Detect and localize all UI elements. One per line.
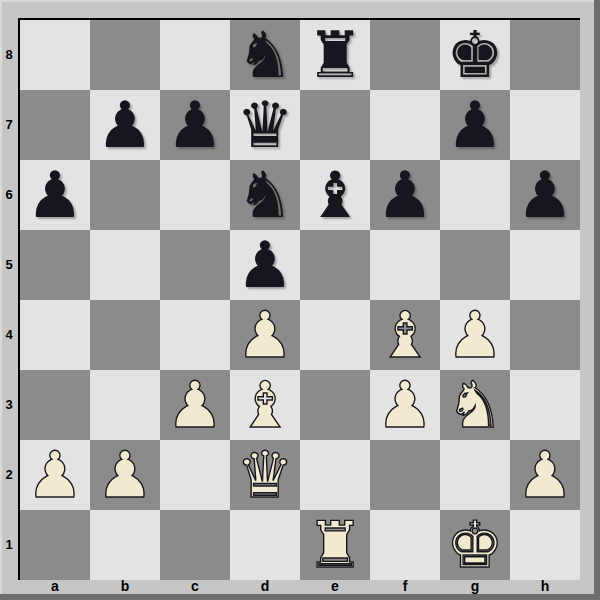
- square-g3[interactable]: ♞: [440, 370, 510, 440]
- frame-bevel-right: [594, 0, 600, 600]
- square-d4[interactable]: ♟: [230, 300, 300, 370]
- square-d1[interactable]: [230, 510, 300, 580]
- square-g2[interactable]: [440, 440, 510, 510]
- white-bishop-f4[interactable]: ♝: [370, 300, 440, 370]
- square-h7[interactable]: [510, 90, 580, 160]
- frame-bevel-bottom: [0, 594, 600, 600]
- square-a6[interactable]: ♟: [20, 160, 90, 230]
- square-e3[interactable]: [300, 370, 370, 440]
- black-pawn-a6[interactable]: ♟: [20, 160, 90, 230]
- square-f2[interactable]: [370, 440, 440, 510]
- rank-label-4: 4: [0, 300, 18, 370]
- square-d8[interactable]: ♞: [230, 20, 300, 90]
- white-queen-d2[interactable]: ♛: [230, 440, 300, 510]
- square-f7[interactable]: [370, 90, 440, 160]
- square-e7[interactable]: [300, 90, 370, 160]
- square-h5[interactable]: [510, 230, 580, 300]
- square-b7[interactable]: ♟: [90, 90, 160, 160]
- square-b6[interactable]: [90, 160, 160, 230]
- square-a2[interactable]: ♟: [20, 440, 90, 510]
- square-d5[interactable]: ♟: [230, 230, 300, 300]
- black-pawn-f6[interactable]: ♟: [370, 160, 440, 230]
- square-g7[interactable]: ♟: [440, 90, 510, 160]
- white-pawn-h2[interactable]: ♟: [510, 440, 580, 510]
- square-e8[interactable]: ♜: [300, 20, 370, 90]
- black-knight-d6[interactable]: ♞: [230, 160, 300, 230]
- white-pawn-f3[interactable]: ♟: [370, 370, 440, 440]
- square-a7[interactable]: [20, 90, 90, 160]
- black-bishop-e6[interactable]: ♝: [300, 160, 370, 230]
- black-pawn-c7[interactable]: ♟: [160, 90, 230, 160]
- square-c5[interactable]: [160, 230, 230, 300]
- white-pawn-g4[interactable]: ♟: [440, 300, 510, 370]
- square-a3[interactable]: [20, 370, 90, 440]
- square-b5[interactable]: [90, 230, 160, 300]
- square-e4[interactable]: [300, 300, 370, 370]
- square-h2[interactable]: ♟: [510, 440, 580, 510]
- white-pawn-d4[interactable]: ♟: [230, 300, 300, 370]
- square-b3[interactable]: [90, 370, 160, 440]
- black-king-g8[interactable]: ♚: [440, 20, 510, 90]
- square-b1[interactable]: [90, 510, 160, 580]
- file-label-g: g: [440, 579, 510, 594]
- square-h6[interactable]: ♟: [510, 160, 580, 230]
- square-a8[interactable]: [20, 20, 90, 90]
- black-pawn-d5[interactable]: ♟: [230, 230, 300, 300]
- file-labels: abcdefgh: [20, 579, 580, 594]
- square-c8[interactable]: [160, 20, 230, 90]
- square-f8[interactable]: [370, 20, 440, 90]
- square-c3[interactable]: ♟: [160, 370, 230, 440]
- square-c1[interactable]: [160, 510, 230, 580]
- rank-label-8: 8: [0, 20, 18, 90]
- rank-label-3: 3: [0, 370, 18, 440]
- rank-label-2: 2: [0, 440, 18, 510]
- square-c4[interactable]: [160, 300, 230, 370]
- board: ♞♜♚♟♟♛♟♟♞♝♟♟♟♟♝♟♟♝♟♞♟♟♛♟♜♚: [18, 18, 580, 580]
- rank-label-1: 1: [0, 510, 18, 580]
- square-f1[interactable]: [370, 510, 440, 580]
- square-e6[interactable]: ♝: [300, 160, 370, 230]
- square-d7[interactable]: ♛: [230, 90, 300, 160]
- square-f5[interactable]: [370, 230, 440, 300]
- square-g6[interactable]: [440, 160, 510, 230]
- square-h8[interactable]: [510, 20, 580, 90]
- white-pawn-a2[interactable]: ♟: [20, 440, 90, 510]
- square-g4[interactable]: ♟: [440, 300, 510, 370]
- frame-highlight-top: [0, 0, 600, 2]
- square-g5[interactable]: [440, 230, 510, 300]
- file-label-d: d: [230, 579, 300, 594]
- file-label-f: f: [370, 579, 440, 594]
- square-b2[interactable]: ♟: [90, 440, 160, 510]
- black-pawn-h6[interactable]: ♟: [510, 160, 580, 230]
- file-label-h: h: [510, 579, 580, 594]
- square-b8[interactable]: [90, 20, 160, 90]
- square-e5[interactable]: [300, 230, 370, 300]
- square-b4[interactable]: [90, 300, 160, 370]
- black-pawn-b7[interactable]: ♟: [90, 90, 160, 160]
- square-d3[interactable]: ♝: [230, 370, 300, 440]
- white-knight-g3[interactable]: ♞: [440, 370, 510, 440]
- white-pawn-b2[interactable]: ♟: [90, 440, 160, 510]
- white-king-g1[interactable]: ♚: [440, 510, 510, 580]
- square-e1[interactable]: ♜: [300, 510, 370, 580]
- square-h4[interactable]: [510, 300, 580, 370]
- square-a5[interactable]: [20, 230, 90, 300]
- black-queen-d7[interactable]: ♛: [230, 90, 300, 160]
- square-a1[interactable]: [20, 510, 90, 580]
- file-label-a: a: [20, 579, 90, 594]
- file-label-c: c: [160, 579, 230, 594]
- rank-labels: 87654321: [0, 20, 18, 580]
- white-rook-e1[interactable]: ♜: [300, 510, 370, 580]
- file-label-e: e: [300, 579, 370, 594]
- file-label-b: b: [90, 579, 160, 594]
- square-h1[interactable]: [510, 510, 580, 580]
- chess-board-frame: 87654321 ♞♜♚♟♟♛♟♟♞♝♟♟♟♟♝♟♟♝♟♞♟♟♛♟♜♚ abcd…: [0, 0, 600, 600]
- square-a4[interactable]: [20, 300, 90, 370]
- square-d2[interactable]: ♛: [230, 440, 300, 510]
- black-pawn-g7[interactable]: ♟: [440, 90, 510, 160]
- square-g1[interactable]: ♚: [440, 510, 510, 580]
- white-bishop-d3[interactable]: ♝: [230, 370, 300, 440]
- rank-label-5: 5: [0, 230, 18, 300]
- black-knight-d8[interactable]: ♞: [230, 20, 300, 90]
- square-h3[interactable]: [510, 370, 580, 440]
- square-c7[interactable]: ♟: [160, 90, 230, 160]
- rank-label-7: 7: [0, 90, 18, 160]
- white-pawn-c3[interactable]: ♟: [160, 370, 230, 440]
- square-e2[interactable]: [300, 440, 370, 510]
- rank-label-6: 6: [0, 160, 18, 230]
- square-d6[interactable]: ♞: [230, 160, 300, 230]
- square-c6[interactable]: [160, 160, 230, 230]
- square-f3[interactable]: ♟: [370, 370, 440, 440]
- square-g8[interactable]: ♚: [440, 20, 510, 90]
- square-f6[interactable]: ♟: [370, 160, 440, 230]
- square-c2[interactable]: [160, 440, 230, 510]
- square-f4[interactable]: ♝: [370, 300, 440, 370]
- black-rook-e8[interactable]: ♜: [300, 20, 370, 90]
